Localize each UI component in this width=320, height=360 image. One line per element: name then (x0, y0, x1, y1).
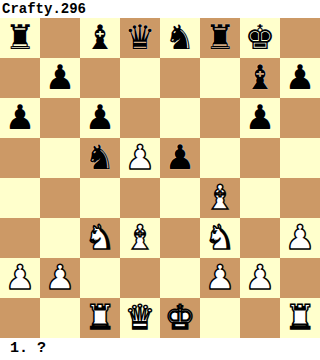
square-f5[interactable] (200, 138, 240, 178)
black-knight-icon: ♞ (165, 17, 195, 57)
square-g1[interactable] (240, 298, 280, 338)
white-king-icon: ♚ (165, 297, 195, 337)
black-knight-icon: ♞ (85, 137, 115, 177)
black-pawn-icon: ♟ (285, 57, 315, 97)
square-c3[interactable]: ♞ (80, 218, 120, 258)
square-e3[interactable] (160, 218, 200, 258)
square-f2[interactable]: ♟ (200, 258, 240, 298)
chess-board: ♜♝♛♞♜♚♟♝♟♟♟♟♞♟♟♝♞♝♞♟♟♟♟♟♜♛♚♜ (0, 18, 320, 338)
white-rook-icon: ♜ (85, 297, 115, 337)
square-b7[interactable]: ♟ (40, 58, 80, 98)
square-f4[interactable]: ♝ (200, 178, 240, 218)
square-d1[interactable]: ♛ (120, 298, 160, 338)
square-f7[interactable] (200, 58, 240, 98)
white-queen-icon: ♛ (125, 297, 155, 337)
white-pawn-icon: ♟ (245, 257, 275, 297)
square-e4[interactable] (160, 178, 200, 218)
square-h5[interactable] (280, 138, 320, 178)
black-rook-icon: ♜ (5, 17, 35, 57)
square-a5[interactable] (0, 138, 40, 178)
square-c1[interactable]: ♜ (80, 298, 120, 338)
square-b3[interactable] (40, 218, 80, 258)
black-pawn-icon: ♟ (245, 97, 275, 137)
square-h1[interactable]: ♜ (280, 298, 320, 338)
white-knight-icon: ♞ (85, 217, 115, 257)
square-d5[interactable]: ♟ (120, 138, 160, 178)
square-d3[interactable]: ♝ (120, 218, 160, 258)
square-a7[interactable] (0, 58, 40, 98)
square-e7[interactable] (160, 58, 200, 98)
square-f6[interactable] (200, 98, 240, 138)
square-a4[interactable] (0, 178, 40, 218)
white-pawn-icon: ♟ (285, 217, 315, 257)
square-e5[interactable]: ♟ (160, 138, 200, 178)
black-bishop-icon: ♝ (85, 17, 115, 57)
square-g3[interactable] (240, 218, 280, 258)
square-a1[interactable] (0, 298, 40, 338)
square-f1[interactable] (200, 298, 240, 338)
square-f8[interactable]: ♜ (200, 18, 240, 58)
square-c6[interactable]: ♟ (80, 98, 120, 138)
black-pawn-icon: ♟ (5, 97, 35, 137)
square-h6[interactable] (280, 98, 320, 138)
square-h4[interactable] (280, 178, 320, 218)
square-h2[interactable] (280, 258, 320, 298)
square-c8[interactable]: ♝ (80, 18, 120, 58)
square-g6[interactable]: ♟ (240, 98, 280, 138)
square-d4[interactable] (120, 178, 160, 218)
square-b5[interactable] (40, 138, 80, 178)
square-b4[interactable] (40, 178, 80, 218)
square-c5[interactable]: ♞ (80, 138, 120, 178)
black-pawn-icon: ♟ (45, 57, 75, 97)
square-h8[interactable] (280, 18, 320, 58)
white-pawn-icon: ♟ (205, 257, 235, 297)
window-title: Crafty.296 (2, 0, 86, 18)
square-b6[interactable] (40, 98, 80, 138)
square-a2[interactable]: ♟ (0, 258, 40, 298)
square-h3[interactable]: ♟ (280, 218, 320, 258)
square-b1[interactable] (40, 298, 80, 338)
black-bishop-icon: ♝ (245, 57, 275, 97)
white-pawn-icon: ♟ (45, 257, 75, 297)
square-g7[interactable]: ♝ (240, 58, 280, 98)
square-f3[interactable]: ♞ (200, 218, 240, 258)
square-e8[interactable]: ♞ (160, 18, 200, 58)
white-pawn-icon: ♟ (5, 257, 35, 297)
square-e1[interactable]: ♚ (160, 298, 200, 338)
black-pawn-icon: ♟ (165, 137, 195, 177)
white-pawn-icon: ♟ (125, 137, 155, 177)
square-d6[interactable] (120, 98, 160, 138)
white-knight-icon: ♞ (205, 217, 235, 257)
square-c4[interactable] (80, 178, 120, 218)
black-rook-icon: ♜ (205, 17, 235, 57)
square-h7[interactable]: ♟ (280, 58, 320, 98)
square-d2[interactable] (120, 258, 160, 298)
black-king-icon: ♚ (245, 17, 275, 57)
square-e6[interactable] (160, 98, 200, 138)
square-g4[interactable] (240, 178, 280, 218)
status-bar: 1. ? (0, 338, 320, 360)
white-bishop-icon: ♝ (205, 177, 235, 217)
square-c2[interactable] (80, 258, 120, 298)
square-e2[interactable] (160, 258, 200, 298)
square-g2[interactable]: ♟ (240, 258, 280, 298)
square-a8[interactable]: ♜ (0, 18, 40, 58)
square-a6[interactable]: ♟ (0, 98, 40, 138)
white-rook-icon: ♜ (285, 297, 315, 337)
white-bishop-icon: ♝ (125, 217, 155, 257)
square-a3[interactable] (0, 218, 40, 258)
square-c7[interactable] (80, 58, 120, 98)
square-g8[interactable]: ♚ (240, 18, 280, 58)
black-queen-icon: ♛ (125, 17, 155, 57)
black-pawn-icon: ♟ (85, 97, 115, 137)
square-g5[interactable] (240, 138, 280, 178)
move-prompt: 1. ? (10, 338, 46, 360)
square-b8[interactable] (40, 18, 80, 58)
square-d7[interactable] (120, 58, 160, 98)
square-b2[interactable]: ♟ (40, 258, 80, 298)
square-d8[interactable]: ♛ (120, 18, 160, 58)
title-bar: Crafty.296 (0, 0, 320, 18)
